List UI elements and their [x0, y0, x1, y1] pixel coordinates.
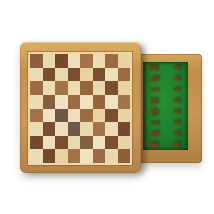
tray-piece-pawn[interactable]: ♟ — [172, 85, 181, 93]
tray-row: ♝♟ — [143, 117, 188, 128]
square-e3[interactable] — [80, 122, 93, 136]
square-d7[interactable] — [68, 68, 81, 82]
square-b8[interactable] — [43, 54, 56, 68]
square-b7[interactable] — [43, 68, 56, 82]
tray-piece-bishop[interactable]: ♝ — [148, 84, 160, 95]
tray-piece-knight[interactable]: ♞ — [148, 73, 160, 84]
square-g2[interactable] — [105, 136, 118, 150]
square-e4[interactable] — [80, 109, 93, 123]
square-f6[interactable] — [93, 81, 106, 95]
chess-board-grid — [30, 54, 130, 163]
square-f4[interactable] — [93, 109, 106, 123]
tray-cell: ♟ — [166, 74, 189, 83]
square-c3[interactable] — [55, 122, 68, 136]
square-h8[interactable] — [118, 54, 131, 68]
tray-row: ♚♟ — [143, 106, 188, 117]
square-c8[interactable] — [55, 54, 68, 68]
square-a5[interactable] — [30, 95, 43, 109]
square-f5[interactable] — [93, 95, 106, 109]
square-h6[interactable] — [118, 81, 131, 95]
square-h7[interactable] — [118, 68, 131, 82]
tray-piece-king[interactable]: ♚ — [148, 106, 160, 117]
square-b2[interactable] — [43, 136, 56, 150]
piece-drawer[interactable]: ♜♟♞♟♝♟♛♟♚♟♝♟♞♟♜♟ — [139, 54, 202, 163]
square-e2[interactable] — [80, 136, 93, 150]
chess-set-photo: ♜♟♞♟♝♟♛♟♚♟♝♟♞♟♜♟ — [0, 0, 214, 214]
square-g6[interactable] — [105, 81, 118, 95]
square-g3[interactable] — [105, 122, 118, 136]
square-b6[interactable] — [43, 81, 56, 95]
square-b3[interactable] — [43, 122, 56, 136]
square-f3[interactable] — [93, 122, 106, 136]
tray-cell: ♟ — [166, 96, 189, 105]
square-e5[interactable] — [80, 95, 93, 109]
square-g4[interactable] — [105, 109, 118, 123]
tray-row: ♜♟ — [143, 139, 188, 150]
square-e7[interactable] — [80, 68, 93, 82]
square-d6[interactable] — [68, 81, 81, 95]
tray-cell: ♟ — [166, 129, 189, 138]
square-c1[interactable] — [55, 149, 68, 163]
square-g7[interactable] — [105, 68, 118, 82]
chess-board-box — [20, 42, 141, 173]
square-f7[interactable] — [93, 68, 106, 82]
square-b5[interactable] — [43, 95, 56, 109]
square-a1[interactable] — [30, 149, 43, 163]
tray-row: ♞♟ — [143, 128, 188, 139]
square-d5[interactable] — [68, 95, 81, 109]
square-f8[interactable] — [93, 54, 106, 68]
tray-piece-knight[interactable]: ♞ — [148, 128, 160, 139]
square-a8[interactable] — [30, 54, 43, 68]
square-g8[interactable] — [105, 54, 118, 68]
tray-piece-pawn[interactable]: ♟ — [172, 96, 181, 104]
tray-cell: ♟ — [166, 140, 189, 149]
square-f2[interactable] — [93, 136, 106, 150]
square-g1[interactable] — [105, 149, 118, 163]
tray-piece-rook[interactable]: ♜ — [148, 62, 160, 73]
square-b1[interactable] — [43, 149, 56, 163]
square-h4[interactable] — [118, 109, 131, 123]
square-c2[interactable] — [55, 136, 68, 150]
tray-piece-queen[interactable]: ♛ — [148, 95, 160, 106]
tray-cell: ♜ — [143, 139, 166, 151]
square-a2[interactable] — [30, 136, 43, 150]
square-d1[interactable] — [68, 149, 81, 163]
square-e8[interactable] — [80, 54, 93, 68]
tray-piece-pawn[interactable]: ♟ — [172, 107, 181, 115]
square-a6[interactable] — [30, 81, 43, 95]
tray-piece-pawn[interactable]: ♟ — [172, 74, 181, 82]
square-d4[interactable] — [68, 109, 81, 123]
square-c4[interactable] — [55, 109, 68, 123]
square-c7[interactable] — [55, 68, 68, 82]
square-d2[interactable] — [68, 136, 81, 150]
tray-cell: ♟ — [166, 63, 189, 72]
square-c6[interactable] — [55, 81, 68, 95]
tray-piece-pawn[interactable]: ♟ — [172, 129, 181, 137]
tray-piece-pawn[interactable]: ♟ — [172, 63, 181, 71]
square-a4[interactable] — [30, 109, 43, 123]
square-c5[interactable] — [55, 95, 68, 109]
tray-piece-rook[interactable]: ♜ — [148, 139, 160, 150]
square-h2[interactable] — [118, 136, 131, 150]
square-a3[interactable] — [30, 122, 43, 136]
tray-piece-bishop[interactable]: ♝ — [148, 117, 160, 128]
drawer-felt-tray: ♜♟♞♟♝♟♛♟♚♟♝♟♞♟♜♟ — [143, 62, 188, 150]
tray-row: ♛♟ — [143, 95, 188, 106]
square-h3[interactable] — [118, 122, 131, 136]
square-d3[interactable] — [68, 122, 81, 136]
square-a7[interactable] — [30, 68, 43, 82]
square-d8[interactable] — [68, 54, 81, 68]
tray-row: ♞♟ — [143, 73, 188, 84]
square-f1[interactable] — [93, 149, 106, 163]
tray-piece-pawn[interactable]: ♟ — [172, 118, 181, 126]
square-h5[interactable] — [118, 95, 131, 109]
square-e6[interactable] — [80, 81, 93, 95]
tray-cell: ♟ — [166, 107, 189, 116]
tray-row: ♜♟ — [143, 62, 188, 73]
tray-piece-pawn[interactable]: ♟ — [172, 140, 181, 148]
tray-cell: ♟ — [166, 118, 189, 127]
tray-cell: ♟ — [166, 85, 189, 94]
board-inner-border — [28, 52, 132, 165]
square-b4[interactable] — [43, 109, 56, 123]
square-e1[interactable] — [80, 149, 93, 163]
square-h1[interactable] — [118, 149, 131, 163]
square-g5[interactable] — [105, 95, 118, 109]
tray-row: ♝♟ — [143, 84, 188, 95]
